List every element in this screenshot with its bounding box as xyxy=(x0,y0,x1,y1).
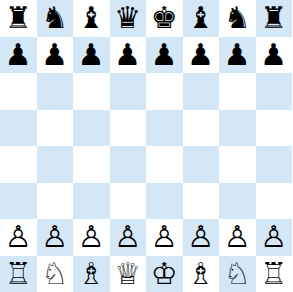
black-rook-piece[interactable]: ♜ xyxy=(5,3,32,33)
square-b7[interactable]: ♟ xyxy=(37,37,74,74)
white-pawn-piece[interactable]: ♙ xyxy=(114,222,141,252)
square-b6[interactable] xyxy=(37,73,74,110)
square-c5[interactable] xyxy=(73,110,110,147)
black-pawn-piece[interactable]: ♟ xyxy=(151,40,178,70)
white-rook-piece[interactable]: ♖ xyxy=(260,259,287,289)
square-e6[interactable] xyxy=(146,73,183,110)
square-f2[interactable]: ♙ xyxy=(183,219,220,256)
square-g5[interactable] xyxy=(219,110,256,147)
square-f6[interactable] xyxy=(183,73,220,110)
square-h1[interactable]: ♖ xyxy=(256,256,293,292)
square-g8[interactable]: ♞ xyxy=(219,0,256,37)
square-f4[interactable] xyxy=(183,146,220,183)
white-bishop-piece[interactable]: ♗ xyxy=(78,259,105,289)
square-b8[interactable]: ♞ xyxy=(37,0,74,37)
square-h7[interactable]: ♟ xyxy=(256,37,293,74)
square-d4[interactable] xyxy=(110,146,147,183)
black-pawn-piece[interactable]: ♟ xyxy=(260,40,287,70)
white-rook-piece[interactable]: ♖ xyxy=(5,259,32,289)
square-a6[interactable] xyxy=(0,73,37,110)
white-knight-piece[interactable]: ♘ xyxy=(41,259,68,289)
square-b2[interactable]: ♙ xyxy=(37,219,74,256)
square-f8[interactable]: ♝ xyxy=(183,0,220,37)
square-f1[interactable]: ♗ xyxy=(183,256,220,292)
square-h8[interactable]: ♜ xyxy=(256,0,293,37)
black-pawn-piece[interactable]: ♟ xyxy=(114,40,141,70)
square-f5[interactable] xyxy=(183,110,220,147)
square-g3[interactable] xyxy=(219,183,256,220)
square-a4[interactable] xyxy=(0,146,37,183)
square-c1[interactable]: ♗ xyxy=(73,256,110,292)
square-a3[interactable] xyxy=(0,183,37,220)
black-pawn-piece[interactable]: ♟ xyxy=(224,40,251,70)
black-bishop-piece[interactable]: ♝ xyxy=(187,3,214,33)
square-e5[interactable] xyxy=(146,110,183,147)
square-h4[interactable] xyxy=(256,146,293,183)
white-knight-piece[interactable]: ♘ xyxy=(224,259,251,289)
black-pawn-piece[interactable]: ♟ xyxy=(41,40,68,70)
square-a5[interactable] xyxy=(0,110,37,147)
white-queen-piece[interactable]: ♕ xyxy=(114,259,141,289)
square-b5[interactable] xyxy=(37,110,74,147)
square-d7[interactable]: ♟ xyxy=(110,37,147,74)
square-a8[interactable]: ♜ xyxy=(0,0,37,37)
square-b3[interactable] xyxy=(37,183,74,220)
black-bishop-piece[interactable]: ♝ xyxy=(78,3,105,33)
square-b1[interactable]: ♘ xyxy=(37,256,74,292)
white-pawn-piece[interactable]: ♙ xyxy=(224,222,251,252)
square-h3[interactable] xyxy=(256,183,293,220)
square-d8[interactable]: ♛ xyxy=(110,0,147,37)
chess-board: ♜♞♝♛♚♝♞♜♟♟♟♟♟♟♟♟♙♙♙♙♙♙♙♙♖♘♗♕♔♗♘♖ xyxy=(0,0,292,292)
square-d6[interactable] xyxy=(110,73,147,110)
square-g4[interactable] xyxy=(219,146,256,183)
black-knight-piece[interactable]: ♞ xyxy=(224,3,251,33)
square-g2[interactable]: ♙ xyxy=(219,219,256,256)
white-pawn-piece[interactable]: ♙ xyxy=(41,222,68,252)
square-e1[interactable]: ♔ xyxy=(146,256,183,292)
square-c6[interactable] xyxy=(73,73,110,110)
white-pawn-piece[interactable]: ♙ xyxy=(260,222,287,252)
white-pawn-piece[interactable]: ♙ xyxy=(151,222,178,252)
square-h5[interactable] xyxy=(256,110,293,147)
square-a2[interactable]: ♙ xyxy=(0,219,37,256)
black-pawn-piece[interactable]: ♟ xyxy=(187,40,214,70)
square-f7[interactable]: ♟ xyxy=(183,37,220,74)
square-b4[interactable] xyxy=(37,146,74,183)
white-king-piece[interactable]: ♔ xyxy=(151,259,178,289)
square-c3[interactable] xyxy=(73,183,110,220)
white-pawn-piece[interactable]: ♙ xyxy=(187,222,214,252)
square-d5[interactable] xyxy=(110,110,147,147)
square-c2[interactable]: ♙ xyxy=(73,219,110,256)
square-h6[interactable] xyxy=(256,73,293,110)
square-a1[interactable]: ♖ xyxy=(0,256,37,292)
black-pawn-piece[interactable]: ♟ xyxy=(5,40,32,70)
square-c7[interactable]: ♟ xyxy=(73,37,110,74)
square-e8[interactable]: ♚ xyxy=(146,0,183,37)
square-g7[interactable]: ♟ xyxy=(219,37,256,74)
black-king-piece[interactable]: ♚ xyxy=(151,3,178,33)
square-f3[interactable] xyxy=(183,183,220,220)
black-queen-piece[interactable]: ♛ xyxy=(114,3,141,33)
square-a7[interactable]: ♟ xyxy=(0,37,37,74)
square-g6[interactable] xyxy=(219,73,256,110)
black-knight-piece[interactable]: ♞ xyxy=(41,3,68,33)
black-pawn-piece[interactable]: ♟ xyxy=(78,40,105,70)
square-c4[interactable] xyxy=(73,146,110,183)
square-e2[interactable]: ♙ xyxy=(146,219,183,256)
square-e4[interactable] xyxy=(146,146,183,183)
square-d1[interactable]: ♕ xyxy=(110,256,147,292)
square-c8[interactable]: ♝ xyxy=(73,0,110,37)
white-bishop-piece[interactable]: ♗ xyxy=(187,259,214,289)
square-e3[interactable] xyxy=(146,183,183,220)
square-d3[interactable] xyxy=(110,183,147,220)
white-pawn-piece[interactable]: ♙ xyxy=(78,222,105,252)
square-h2[interactable]: ♙ xyxy=(256,219,293,256)
white-pawn-piece[interactable]: ♙ xyxy=(5,222,32,252)
square-d2[interactable]: ♙ xyxy=(110,219,147,256)
black-rook-piece[interactable]: ♜ xyxy=(260,3,287,33)
square-e7[interactable]: ♟ xyxy=(146,37,183,74)
square-g1[interactable]: ♘ xyxy=(219,256,256,292)
